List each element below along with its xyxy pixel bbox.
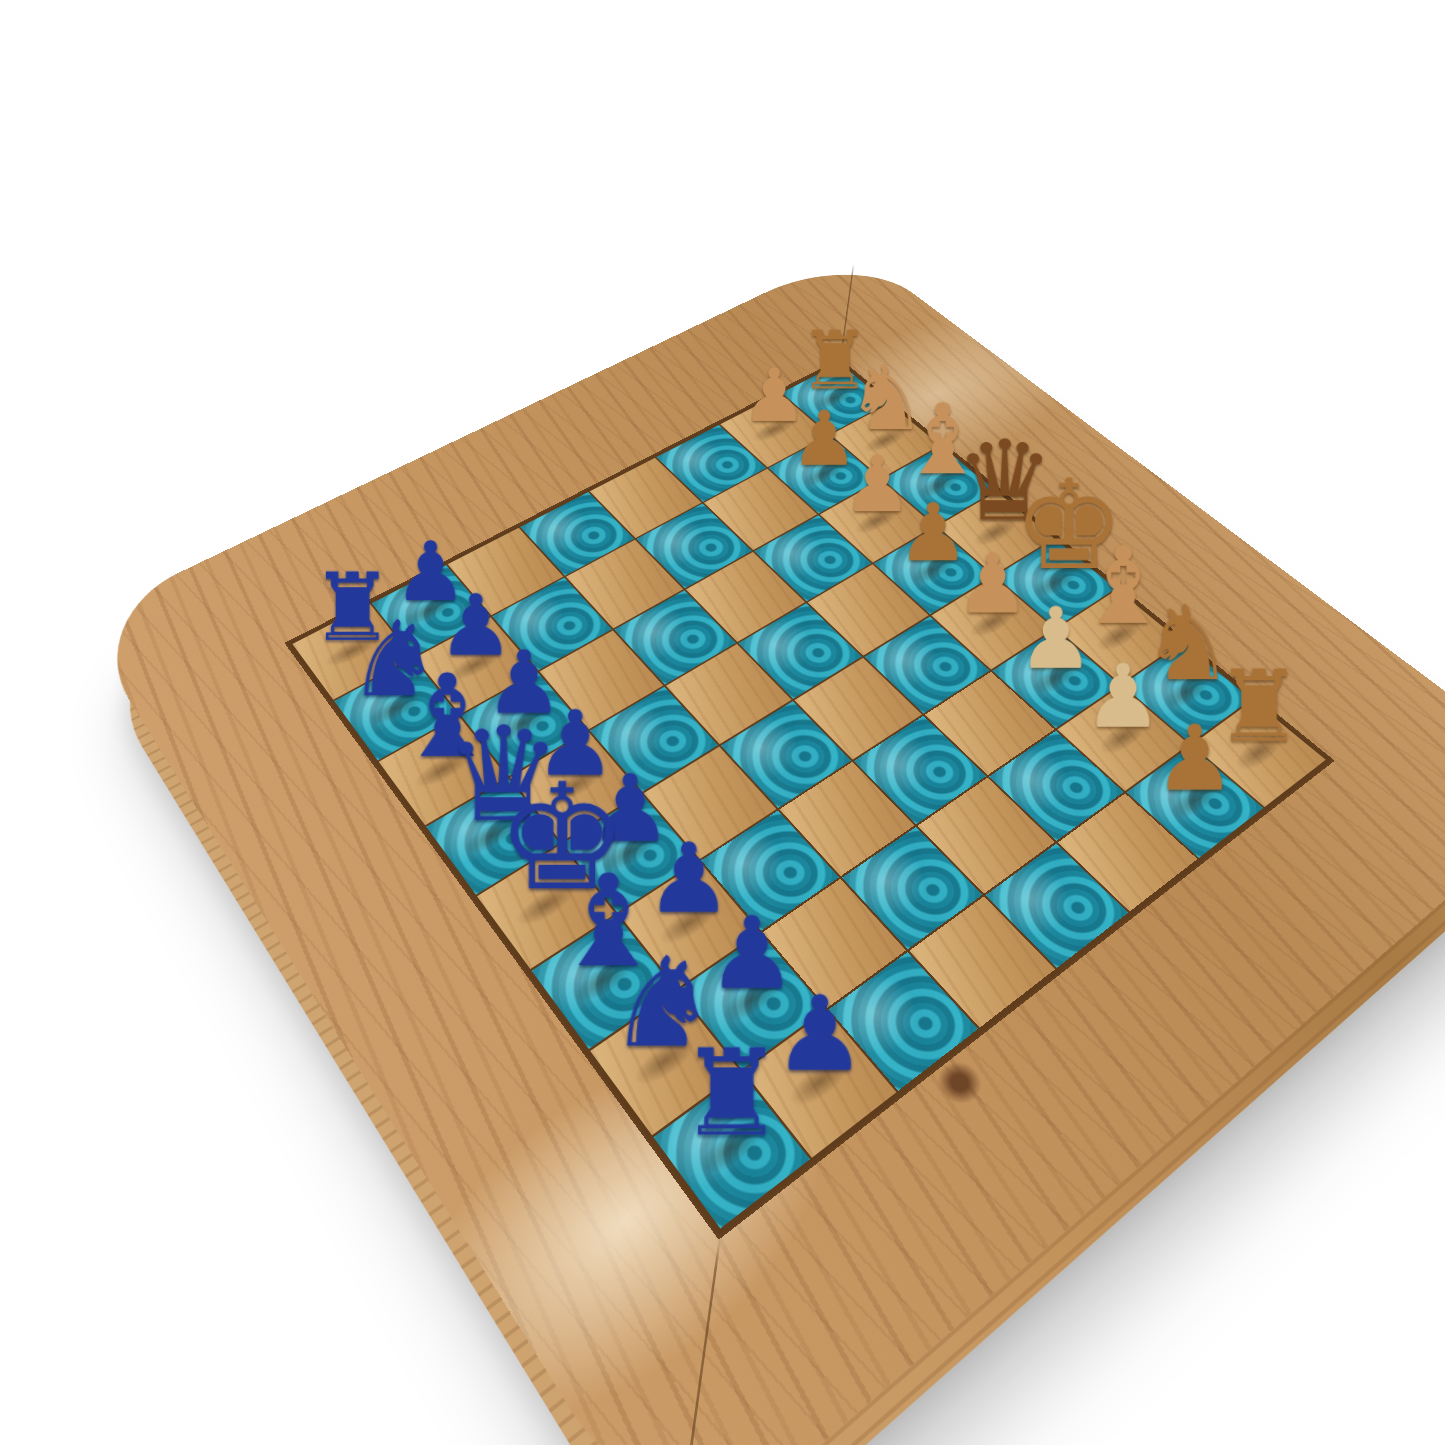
photo-scene: ♜♟♟♜♞♟♟♞♝♟♟♝♛♟♟♛♚♟♟♚♝♟♟♝♞♟♟♞♜♟♟♜: [0, 0, 1445, 1445]
piece-blue-rook-h1[interactable]: ♜: [653, 1073, 810, 1229]
rook-glyph: ♜: [675, 1039, 787, 1149]
wood-seam-near: [680, 1239, 721, 1445]
square-a5[interactable]: [590, 458, 702, 538]
board-slab: ♜♟♟♜♞♟♟♞♝♟♟♝♛♟♟♛♚♟♟♚♝♟♟♝♞♟♟♞♜♟♟♜: [80, 250, 1445, 1445]
pawn-glyph: ♟: [1147, 717, 1242, 800]
board-grid: ♜♟♟♜♞♟♟♞♝♟♟♝♛♟♟♛♚♟♟♚♝♟♟♝♞♟♟♞♜♟♟♜: [284, 359, 1334, 1240]
square-h1[interactable]: ♜: [653, 1073, 810, 1229]
